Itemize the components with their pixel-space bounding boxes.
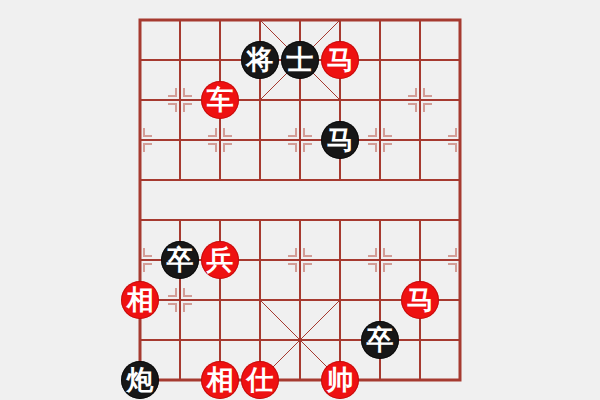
piece-black-pawn-2[interactable]: 卒 bbox=[361, 321, 399, 359]
piece-red-horse-1[interactable]: 马 bbox=[321, 41, 359, 79]
piece-black-horse[interactable]: 马 bbox=[321, 121, 359, 159]
piece-red-chariot[interactable]: 车 bbox=[201, 81, 239, 119]
piece-red-elephant-1[interactable]: 相 bbox=[121, 281, 159, 319]
piece-red-horse-2[interactable]: 马 bbox=[401, 281, 439, 319]
xiangqi-board: 将士马车马卒兵相马卒炮相仕帅 bbox=[0, 0, 600, 400]
pieces-grid[interactable]: 将士马车马卒兵相马卒炮相仕帅 bbox=[120, 0, 480, 400]
piece-black-pawn-1[interactable]: 卒 bbox=[161, 241, 199, 279]
piece-red-pawn[interactable]: 兵 bbox=[201, 241, 239, 279]
piece-red-advisor[interactable]: 仕 bbox=[241, 361, 279, 399]
piece-black-general[interactable]: 将 bbox=[241, 41, 279, 79]
piece-black-cannon[interactable]: 炮 bbox=[121, 361, 159, 399]
piece-black-advisor[interactable]: 士 bbox=[281, 41, 319, 79]
piece-red-elephant-2[interactable]: 相 bbox=[201, 361, 239, 399]
piece-red-general[interactable]: 帅 bbox=[321, 361, 359, 399]
